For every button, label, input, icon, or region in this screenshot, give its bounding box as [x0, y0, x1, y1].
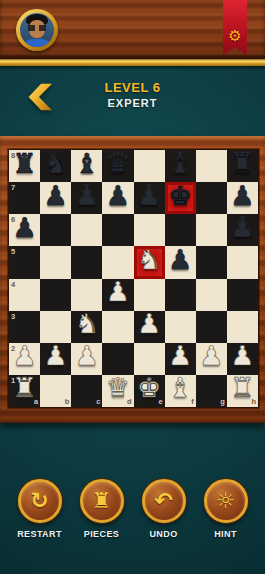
piece-black-pawn-e7[interactable]: ♟ [137, 182, 161, 209]
square-h3[interactable] [227, 311, 258, 343]
piece-white-pawn-e3[interactable]: ♟ [137, 310, 161, 337]
square-b2[interactable]: ♟ [40, 343, 71, 375]
square-b3[interactable] [40, 311, 71, 343]
piece-white-bishop-f1[interactable]: ♝ [168, 374, 192, 401]
square-a1[interactable]: 1a♜ [9, 375, 40, 407]
square-b8[interactable]: ♞ [40, 150, 71, 182]
square-f8[interactable]: ♝ [165, 150, 196, 182]
square-d5[interactable] [102, 246, 133, 278]
file-label-b: b [65, 398, 70, 406]
square-e4[interactable] [134, 279, 165, 311]
square-b5[interactable] [40, 246, 71, 278]
piece-black-pawn-h7[interactable]: ♟ [230, 182, 254, 209]
square-g3[interactable] [196, 311, 227, 343]
rank-label-3: 3 [11, 313, 15, 321]
piece-black-king-f7[interactable]: ♚ [168, 182, 192, 209]
wood-header-bar: ⚙ [0, 0, 265, 59]
undo-label: UNDO [149, 529, 177, 539]
piece-white-pawn-f2[interactable]: ♟ [168, 342, 192, 369]
piece-black-queen-d8[interactable]: ♛ [106, 150, 130, 177]
level-header: LEVEL 6 EXPERT [0, 78, 265, 118]
square-f6[interactable] [165, 214, 196, 246]
square-a5[interactable]: 5 [9, 246, 40, 278]
hint-button[interactable]: ☼ HINT [199, 479, 252, 539]
level-subtitle: EXPERT [0, 97, 265, 109]
square-d1[interactable]: d♛ [102, 375, 133, 407]
square-a7[interactable]: 7 [9, 182, 40, 214]
square-g6[interactable] [196, 214, 227, 246]
piece-white-rook-a1[interactable]: ♜ [12, 374, 36, 401]
square-c2[interactable]: ♟ [71, 343, 102, 375]
square-d8[interactable]: ♛ [102, 150, 133, 182]
pieces-label: PIECES [84, 529, 119, 539]
undo-button[interactable]: ↶ UNDO [137, 479, 190, 539]
square-e8[interactable] [134, 150, 165, 182]
chessboard: 8♜♞♝♛♝♜7♟♟♟♟♚♟6♟♟5♞♟4♟3♞♟2♟♟♟♟♟♟1a♜bcd♛e… [8, 149, 259, 408]
square-h5[interactable] [227, 246, 258, 278]
gold-divider [0, 59, 265, 66]
square-c4[interactable] [71, 279, 102, 311]
restart-button[interactable]: ↻ RESTART [13, 479, 66, 539]
level-title: LEVEL 6 [0, 80, 265, 95]
piece-black-pawn-b7[interactable]: ♟ [44, 182, 68, 209]
piece-white-knight-c3[interactable]: ♞ [75, 310, 99, 337]
undo-arrow-icon: ↶ [154, 490, 172, 512]
square-e5[interactable]: ♞ [134, 246, 165, 278]
square-d2[interactable] [102, 343, 133, 375]
square-g2[interactable]: ♟ [196, 343, 227, 375]
pieces-button[interactable]: ♜ PIECES [75, 479, 128, 539]
piece-black-pawn-d7[interactable]: ♟ [106, 182, 130, 209]
piece-white-pawn-c2[interactable]: ♟ [75, 342, 99, 369]
square-h2[interactable]: ♟ [227, 343, 258, 375]
square-f1[interactable]: f♝ [165, 375, 196, 407]
piece-white-queen-d1[interactable]: ♛ [106, 374, 130, 401]
square-f5[interactable]: ♟ [165, 246, 196, 278]
square-c6[interactable] [71, 214, 102, 246]
restart-icon: ↻ [30, 490, 48, 512]
hint-bulb-icon: ☼ [216, 490, 236, 512]
square-b6[interactable] [40, 214, 71, 246]
square-c3[interactable]: ♞ [71, 311, 102, 343]
square-g1[interactable]: g [196, 375, 227, 407]
square-f2[interactable]: ♟ [165, 343, 196, 375]
piece-white-king-e1[interactable]: ♚ [137, 374, 161, 401]
square-h6[interactable]: ♟ [227, 214, 258, 246]
square-e1[interactable]: e♚ [134, 375, 165, 407]
piece-black-rook-a8[interactable]: ♜ [12, 150, 36, 177]
bottom-toolbar: ↻ RESTART ♜ PIECES ↶ UNDO ☼ HINT [0, 479, 265, 539]
gear-icon: ⚙ [228, 28, 241, 43]
piece-black-bishop-f8[interactable]: ♝ [168, 150, 192, 177]
avatar-shirt [25, 39, 49, 47]
chess-app-screen: ⚙ LEVEL 6 EXPERT 8♜♞♝♛♝♜7♟♟♟♟♚♟6♟♟5♞♟4♟3… [0, 0, 265, 574]
square-g4[interactable] [196, 279, 227, 311]
square-h7[interactable]: ♟ [227, 182, 258, 214]
square-a6[interactable]: 6♟ [9, 214, 40, 246]
rank-label-4: 4 [11, 281, 15, 289]
piece-white-pawn-h2[interactable]: ♟ [230, 342, 254, 369]
square-c7[interactable]: ♟ [71, 182, 102, 214]
piece-black-rook-h8[interactable]: ♜ [230, 150, 254, 177]
square-a8[interactable]: 8♜ [9, 150, 40, 182]
avatar-portrait [20, 13, 54, 47]
square-h4[interactable] [227, 279, 258, 311]
square-a2[interactable]: 2♟ [9, 343, 40, 375]
square-e2[interactable] [134, 343, 165, 375]
square-a3[interactable]: 3 [9, 311, 40, 343]
square-c5[interactable] [71, 246, 102, 278]
square-b4[interactable] [40, 279, 71, 311]
piece-black-knight-b8[interactable]: ♞ [44, 150, 68, 177]
piece-black-pawn-f5[interactable]: ♟ [168, 246, 192, 273]
square-g7[interactable] [196, 182, 227, 214]
square-d4[interactable]: ♟ [102, 279, 133, 311]
file-label-c: c [96, 398, 100, 406]
pieces-rook-icon: ♜ [92, 490, 112, 512]
piece-black-pawn-h6[interactable]: ♟ [230, 214, 254, 241]
settings-button[interactable]: ⚙ [223, 0, 247, 55]
piece-black-pawn-a6[interactable]: ♟ [12, 214, 36, 241]
piece-white-rook-h1[interactable]: ♜ [230, 374, 254, 401]
avatar[interactable] [16, 9, 58, 51]
file-label-g: g [220, 398, 225, 406]
square-b7[interactable]: ♟ [40, 182, 71, 214]
square-f3[interactable] [165, 311, 196, 343]
square-c1[interactable]: c [71, 375, 102, 407]
square-g5[interactable] [196, 246, 227, 278]
avatar-glasses [28, 25, 46, 31]
square-g8[interactable] [196, 150, 227, 182]
square-d7[interactable]: ♟ [102, 182, 133, 214]
piece-white-knight-e5[interactable]: ♞ [137, 246, 161, 273]
piece-white-pawn-b2[interactable]: ♟ [44, 342, 68, 369]
restart-label: RESTART [17, 529, 62, 539]
piece-black-pawn-c7[interactable]: ♟ [75, 182, 99, 209]
piece-black-bishop-c8[interactable]: ♝ [75, 150, 99, 177]
piece-white-pawn-a2[interactable]: ♟ [12, 342, 36, 369]
piece-white-pawn-g2[interactable]: ♟ [199, 342, 223, 369]
chessboard-frame: 8♜♞♝♛♝♜7♟♟♟♟♚♟6♟♟5♞♟4♟3♞♟2♟♟♟♟♟♟1a♜bcd♛e… [0, 136, 265, 423]
square-f7[interactable]: ♚ [165, 182, 196, 214]
square-e7[interactable]: ♟ [134, 182, 165, 214]
rank-label-7: 7 [11, 184, 15, 192]
square-h1[interactable]: h♜ [227, 375, 258, 407]
piece-white-pawn-d4[interactable]: ♟ [106, 278, 130, 305]
hint-label: HINT [214, 529, 237, 539]
square-f4[interactable] [165, 279, 196, 311]
square-d6[interactable] [102, 214, 133, 246]
square-c8[interactable]: ♝ [71, 150, 102, 182]
rank-label-5: 5 [11, 248, 15, 256]
square-e3[interactable]: ♟ [134, 311, 165, 343]
square-a4[interactable]: 4 [9, 279, 40, 311]
square-b1[interactable]: b [40, 375, 71, 407]
square-d3[interactable] [102, 311, 133, 343]
square-h8[interactable]: ♜ [227, 150, 258, 182]
square-e6[interactable] [134, 214, 165, 246]
